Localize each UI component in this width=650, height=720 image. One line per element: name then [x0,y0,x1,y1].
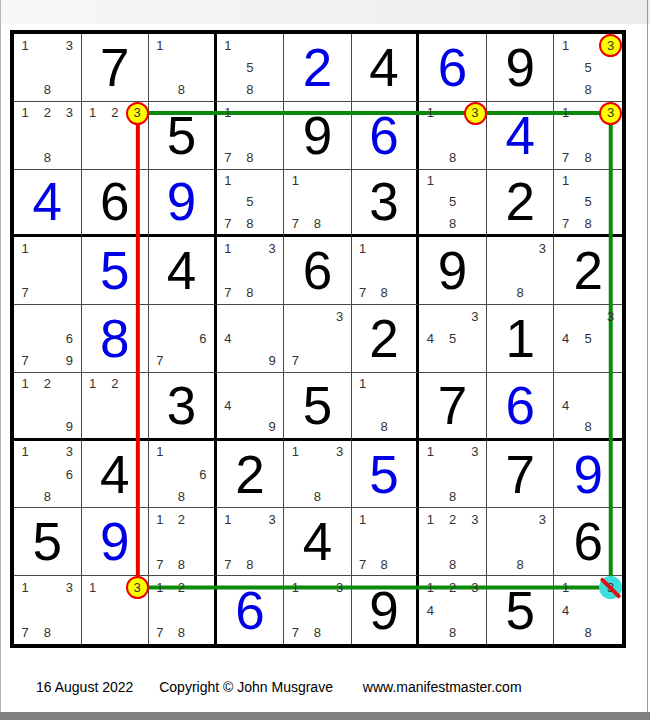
pencil-mark: 2 [44,106,51,119]
cell-r1c1[interactable]: 138 [14,34,82,102]
pencil-mark: 1 [224,242,231,255]
given-digit: 7 [419,373,486,438]
cell-r1c6[interactable]: 4 [352,34,420,102]
cell-r2c7[interactable]: 138 [419,102,487,170]
pencil-mark: 3 [471,513,478,526]
cell-r1c5[interactable]: 2 [284,34,352,102]
pencil-mark: 8 [246,286,253,299]
cell-r2c3[interactable]: 5 [149,102,217,170]
pencil-marks: 345 [419,305,486,372]
pencil-mark: 7 [224,558,231,571]
pencil-mark: 8 [585,151,592,164]
pencil-mark: 3 [133,581,140,594]
pencil-marks: 1578 [554,170,622,235]
cell-r4c6[interactable]: 178 [352,237,420,305]
pencil-mark: 5 [246,195,253,208]
pencil-mark: 8 [178,490,185,503]
cell-r4c1[interactable]: 17 [14,237,82,305]
sudoku-grid: 1387181582469135812381235178961384137846… [14,34,622,644]
pencil-mark: 8 [44,490,51,503]
pencil-mark: 8 [449,217,456,230]
pencil-mark: 8 [314,217,321,230]
pencil-mark: 4 [562,332,569,345]
cell-r9c2[interactable]: 13 [82,576,150,644]
cell-r6c2[interactable]: 12 [82,373,150,441]
pencil-mark: 1 [427,106,434,119]
solved-digit: 2 [284,34,351,101]
pencil-marks: 178 [217,102,284,169]
pencil-marks: 1378 [217,508,284,575]
pencil-mark: 8 [178,626,185,639]
pencil-marks: 48 [554,373,622,438]
solved-digit: 5 [352,441,417,508]
pencil-marks: 38 [487,508,554,575]
pencil-mark: 7 [156,626,163,639]
pencil-mark: 3 [471,445,478,458]
footer-website[interactable]: www.manifestmaster.com [363,679,522,695]
cell-r9c9[interactable]: 1348 [554,576,622,644]
page-left-border [0,0,1,712]
pencil-mark: 8 [314,490,321,503]
cell-r2c5[interactable]: 9 [284,102,352,170]
pencil-mark: 3 [336,581,343,594]
pencil-mark: 2 [449,513,456,526]
cell-r5c8[interactable]: 1 [487,305,555,373]
pencil-mark: 1 [21,39,28,52]
cell-r5c6[interactable]: 2 [352,305,420,373]
pencil-marks: 129 [14,373,81,438]
pencil-mark: 1 [224,513,231,526]
pencil-mark: 9 [66,354,73,367]
pencil-mark: 1 [562,106,569,119]
given-digit: 9 [487,34,554,101]
pencil-mark: 7 [359,286,366,299]
cell-r7c2[interactable]: 4 [82,441,150,509]
solved-digit: 6 [352,102,417,169]
cell-r3c1[interactable]: 4 [14,170,82,238]
given-digit: 5 [149,102,214,169]
pencil-mark: 8 [246,558,253,571]
pencil-mark: 8 [585,420,592,433]
pencil-mark: 3 [471,310,478,323]
cell-r1c8[interactable]: 9 [487,34,555,102]
pencil-mark: 2 [44,377,51,390]
given-digit: 2 [554,237,622,304]
pencil-mark: 1 [427,445,434,458]
pencil-mark: 3 [336,310,343,323]
pencil-marks: 138 [284,441,351,508]
given-digit: 1 [487,305,554,372]
cell-r3c9[interactable]: 1578 [554,170,622,238]
pencil-marks: 1378 [284,576,351,644]
cell-r9c6[interactable]: 9 [352,576,420,644]
pencil-mark: 8 [246,83,253,96]
cell-r8c9[interactable]: 6 [554,508,622,576]
pencil-mark: 6 [199,468,206,481]
cell-r8c2[interactable]: 9 [82,508,150,576]
pencil-marks: 1238 [419,508,486,575]
cell-r5c2[interactable]: 8 [82,305,150,373]
pencil-mark: 1 [427,513,434,526]
cell-r6c5[interactable]: 5 [284,373,352,441]
cell-r8c7[interactable]: 1238 [419,508,487,576]
pencil-mark: 8 [314,626,321,639]
given-digit: 9 [419,237,486,304]
cell-r3c7[interactable]: 158 [419,170,487,238]
given-digit: 2 [217,441,284,508]
pencil-mark: 1 [89,377,96,390]
pencil-mark: 3 [607,581,614,594]
footer-date: 16 August 2022 [36,679,133,695]
pencil-mark: 1 [359,377,366,390]
pencil-marks: 38 [487,237,554,304]
pencil-mark: 8 [517,558,524,571]
cell-r8c3[interactable]: 1278 [149,508,217,576]
cell-r8c1[interactable]: 5 [14,508,82,576]
cell-r2c8[interactable]: 4 [487,102,555,170]
pencil-marks: 1368 [14,441,81,508]
given-digit: 6 [554,508,622,575]
pencil-marks: 17 [14,237,81,304]
given-digit: 7 [82,34,149,101]
pencil-marks: 12348 [419,576,486,644]
solved-digit: 9 [82,508,149,575]
cell-r9c4[interactable]: 6 [217,576,285,644]
pencil-mark: 1 [21,106,28,119]
pencil-marks: 1358 [554,34,622,101]
pencil-mark: 1 [21,377,28,390]
pencil-marks: 1278 [149,576,214,644]
pencil-mark: 8 [449,490,456,503]
cell-r8c8[interactable]: 38 [487,508,555,576]
cell-r9c1[interactable]: 1378 [14,576,82,644]
cell-r9c8[interactable]: 5 [487,576,555,644]
cell-r3c4[interactable]: 1578 [217,170,285,238]
cell-r7c3[interactable]: 168 [149,441,217,509]
pencil-mark: 3 [66,106,73,119]
pencil-mark: 7 [224,217,231,230]
pencil-mark: 9 [269,420,276,433]
pencil-marks: 178 [352,237,417,304]
cell-r1c2[interactable]: 7 [82,34,150,102]
cell-r4c3[interactable]: 4 [149,237,217,305]
pencil-mark: 1 [21,445,28,458]
pencil-mark: 5 [449,332,456,345]
pencil-mark: 6 [66,332,73,345]
solved-digit: 8 [82,305,149,372]
pencil-mark: 7 [156,354,163,367]
solved-digit: 5 [82,237,149,304]
pencil-mark: 8 [246,151,253,164]
cell-r4c8[interactable]: 38 [487,237,555,305]
pencil-mark: 2 [449,581,456,594]
cell-r9c5[interactable]: 1378 [284,576,352,644]
pencil-mark: 1 [359,242,366,255]
cell-r4c7[interactable]: 9 [419,237,487,305]
given-digit: 4 [284,508,351,575]
top-band [0,0,650,24]
solved-digit: 6 [419,34,486,101]
footer: 16 August 2022 Copyright © John Musgrave… [36,679,522,695]
pencil-mark: 8 [585,83,592,96]
pencil-mark: 7 [21,354,28,367]
cell-r2c1[interactable]: 1238 [14,102,82,170]
pencil-mark: 1 [89,106,96,119]
pencil-mark: 1 [89,581,96,594]
solved-digit: 4 [487,102,554,169]
pencil-mark: 7 [156,558,163,571]
pencil-mark: 8 [585,626,592,639]
pencil-marks: 168 [149,441,214,508]
pencil-mark: 5 [585,332,592,345]
cell-r6c9[interactable]: 48 [554,373,622,441]
pencil-mark: 3 [539,513,546,526]
pencil-mark: 8 [517,286,524,299]
cell-r7c6[interactable]: 5 [352,441,420,509]
pencil-marks: 1348 [554,576,622,644]
cell-r6c8[interactable]: 6 [487,373,555,441]
pencil-mark: 3 [607,310,614,323]
pencil-marks: 138 [419,102,486,169]
pencil-mark: 1 [224,174,231,187]
cell-r9c7[interactable]: 12348 [419,576,487,644]
pencil-mark: 7 [21,626,28,639]
cell-r5c4[interactable]: 49 [217,305,285,373]
pencil-mark: 8 [178,83,185,96]
pencil-mark: 4 [224,332,231,345]
cell-r1c9[interactable]: 1358 [554,34,622,102]
pencil-mark: 3 [66,581,73,594]
pencil-mark: 1 [562,174,569,187]
cell-r3c8[interactable]: 2 [487,170,555,238]
pencil-mark: 2 [111,106,118,119]
pencil-mark: 7 [292,354,299,367]
pencil-marks: 123 [82,102,149,169]
pencil-mark: 1 [427,581,434,594]
pencil-mark: 7 [562,217,569,230]
pencil-mark: 3 [66,445,73,458]
pencil-mark: 1 [292,445,299,458]
given-digit: 6 [284,237,351,304]
pencil-mark: 7 [562,151,569,164]
cell-r8c5[interactable]: 4 [284,508,352,576]
pencil-mark: 2 [178,581,185,594]
given-digit: 2 [487,170,554,235]
pencil-mark: 9 [269,354,276,367]
pencil-marks: 49 [217,305,284,372]
pencil-mark: 8 [44,151,51,164]
pencil-marks: 158 [217,34,284,101]
pencil-mark: 8 [380,286,387,299]
pencil-mark: 3 [471,581,478,594]
pencil-marks: 1378 [217,237,284,304]
pencil-mark: 1 [292,581,299,594]
pencil-marks: 679 [14,305,81,372]
pencil-marks: 12 [82,373,149,438]
cell-r8c4[interactable]: 1378 [217,508,285,576]
given-digit: 3 [149,373,214,438]
given-digit: 3 [352,170,417,235]
pencil-mark: 1 [156,445,163,458]
pencil-mark: 7 [224,286,231,299]
pencil-mark: 1 [562,39,569,52]
pencil-mark: 7 [21,286,28,299]
pencil-marks: 345 [554,305,622,372]
cell-r2c4[interactable]: 178 [217,102,285,170]
footer-copyright: Copyright © John Musgrave [159,679,333,695]
given-digit: 4 [352,34,417,101]
pencil-mark: 2 [178,513,185,526]
pencil-marks: 37 [284,305,351,372]
cell-r2c6[interactable]: 6 [352,102,420,170]
cell-r6c7[interactable]: 7 [419,373,487,441]
pencil-mark: 5 [585,195,592,208]
given-digit: 2 [352,305,417,372]
given-digit: 9 [352,576,417,644]
given-digit: 9 [284,102,351,169]
pencil-mark: 3 [269,513,276,526]
pencil-mark: 5 [449,195,456,208]
cell-r5c9[interactable]: 345 [554,305,622,373]
pencil-mark: 8 [449,558,456,571]
cell-r2c2[interactable]: 123 [82,102,150,170]
pencil-marks: 178 [284,170,351,235]
pencil-marks: 67 [149,305,214,372]
cell-r7c7[interactable]: 138 [419,441,487,509]
pencil-mark: 8 [380,420,387,433]
given-digit: 7 [487,441,554,508]
pencil-mark: 8 [44,83,51,96]
pencil-mark: 2 [111,377,118,390]
pencil-mark: 1 [21,581,28,594]
pencil-mark: 3 [133,106,140,119]
cell-r6c3[interactable]: 3 [149,373,217,441]
pencil-marks: 18 [352,373,417,438]
pencil-mark: 3 [336,445,343,458]
solved-digit: 6 [487,373,554,438]
given-digit: 5 [14,508,81,575]
pencil-mark: 8 [585,217,592,230]
pencil-mark: 1 [359,513,366,526]
pencil-mark: 1 [21,242,28,255]
pencil-mark: 4 [224,399,231,412]
given-digit: 4 [149,237,214,304]
pencil-mark: 1 [224,39,231,52]
pencil-marks: 1278 [149,508,214,575]
pencil-mark: 4 [427,332,434,345]
cell-r4c4[interactable]: 1378 [217,237,285,305]
pencil-marks: 1378 [14,576,81,644]
cell-r7c1[interactable]: 1368 [14,441,82,509]
cell-r5c1[interactable]: 679 [14,305,82,373]
pencil-mark: 9 [66,420,73,433]
pencil-marks: 1378 [554,102,622,169]
cell-r1c7[interactable]: 6 [419,34,487,102]
cell-r3c5[interactable]: 178 [284,170,352,238]
pencil-marks: 158 [419,170,486,235]
cell-r3c3[interactable]: 9 [149,170,217,238]
pencil-mark: 8 [449,626,456,639]
pencil-mark: 3 [539,242,546,255]
cell-r5c3[interactable]: 67 [149,305,217,373]
cell-r5c7[interactable]: 345 [419,305,487,373]
sudoku-board: 1387181582469135812381235178961384137846… [10,30,626,648]
pencil-marks: 178 [352,508,417,575]
pencil-mark: 8 [178,558,185,571]
pencil-mark: 1 [292,174,299,187]
pencil-mark: 1 [156,39,163,52]
cell-r9c3[interactable]: 1278 [149,576,217,644]
pencil-mark: 1 [224,106,231,119]
pencil-mark: 1 [156,513,163,526]
cell-r1c4[interactable]: 158 [217,34,285,102]
pencil-mark: 7 [359,558,366,571]
pencil-mark: 6 [66,468,73,481]
bottom-bar [0,712,650,720]
pencil-mark: 3 [471,106,478,119]
cell-r4c2[interactable]: 5 [82,237,150,305]
solved-digit: 4 [14,170,81,235]
given-digit: 4 [82,441,149,508]
cell-r2c9[interactable]: 1378 [554,102,622,170]
given-digit: 5 [487,576,554,644]
given-digit: 6 [82,170,149,235]
pencil-mark: 4 [427,604,434,617]
page-right-border [647,0,648,712]
cell-r7c4[interactable]: 2 [217,441,285,509]
cell-r3c2[interactable]: 6 [82,170,150,238]
solved-digit: 6 [217,576,284,644]
pencil-marks: 1578 [217,170,284,235]
pencil-mark: 3 [607,106,614,119]
cell-r4c9[interactable]: 2 [554,237,622,305]
pencil-marks: 1238 [14,102,81,169]
cell-r6c4[interactable]: 49 [217,373,285,441]
pencil-marks: 138 [419,441,486,508]
cell-r8c6[interactable]: 178 [352,508,420,576]
solved-digit: 9 [149,170,214,235]
cell-r6c1[interactable]: 129 [14,373,82,441]
pencil-mark: 7 [292,626,299,639]
solved-digit: 9 [554,441,622,508]
pencil-mark: 5 [246,61,253,74]
pencil-mark: 5 [585,61,592,74]
pencil-mark: 6 [199,332,206,345]
pencil-mark: 4 [562,399,569,412]
pencil-mark: 1 [427,174,434,187]
pencil-mark: 3 [269,242,276,255]
cell-r3c6[interactable]: 3 [352,170,420,238]
cell-r1c3[interactable]: 18 [149,34,217,102]
cell-r4c5[interactable]: 6 [284,237,352,305]
pencil-mark: 8 [380,558,387,571]
given-digit: 5 [284,373,351,438]
pencil-mark: 3 [66,39,73,52]
cell-r6c6[interactable]: 18 [352,373,420,441]
cell-r7c5[interactable]: 138 [284,441,352,509]
pencil-mark: 7 [224,151,231,164]
pencil-mark: 8 [449,151,456,164]
pencil-mark: 1 [562,581,569,594]
pencil-mark: 8 [44,626,51,639]
cell-r5c5[interactable]: 37 [284,305,352,373]
pencil-mark: 3 [607,39,614,52]
pencil-marks: 49 [217,373,284,438]
cell-r7c9[interactable]: 9 [554,441,622,509]
cell-r7c8[interactable]: 7 [487,441,555,509]
pencil-mark: 8 [246,217,253,230]
pencil-mark: 7 [292,217,299,230]
